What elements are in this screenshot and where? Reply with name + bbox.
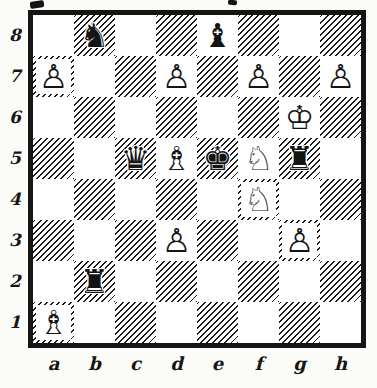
piece-white-knight[interactable]: ♘	[241, 182, 276, 217]
piece-black-rook[interactable]: ♜	[74, 261, 115, 302]
piece-white-pawn[interactable]: ♙	[156, 220, 197, 261]
square-f6[interactable]	[238, 97, 279, 138]
piece-white-pawn[interactable]: ♙	[36, 59, 71, 94]
square-c6[interactable]	[115, 97, 156, 138]
file-labels: abcdefgh	[33, 353, 361, 374]
board-area: 87654321 ♞♝♙♙♙♙♔♛♗♚♘♜♘♙♙♜♗	[2, 10, 366, 348]
square-f1[interactable]	[238, 302, 279, 343]
square-f7[interactable]: ♙	[238, 56, 279, 97]
square-d6[interactable]	[156, 97, 197, 138]
square-e1[interactable]	[197, 302, 238, 343]
piece-white-bishop[interactable]: ♗	[36, 305, 71, 340]
square-h2[interactable]	[320, 261, 361, 302]
square-b6[interactable]	[74, 97, 115, 138]
rank-label-6: 6	[2, 97, 28, 138]
square-c4[interactable]	[115, 179, 156, 220]
square-g6[interactable]: ♔	[279, 97, 320, 138]
piece-black-rook[interactable]: ♜	[279, 138, 320, 179]
square-c2[interactable]	[115, 261, 156, 302]
piece-white-pawn[interactable]: ♙	[156, 56, 197, 97]
square-b2[interactable]: ♜	[74, 261, 115, 302]
piece-white-pawn[interactable]: ♙	[320, 56, 361, 97]
file-label-f: f	[238, 353, 279, 374]
file-label-c: c	[115, 353, 156, 374]
piece-black-knight[interactable]: ♞	[74, 15, 115, 56]
chess-board: ♞♝♙♙♙♙♔♛♗♚♘♜♘♙♙♜♗	[33, 15, 361, 343]
board-frame: ♞♝♙♙♙♙♔♛♗♚♘♜♘♙♙♜♗	[28, 10, 366, 348]
square-b8[interactable]: ♞	[74, 15, 115, 56]
square-h3[interactable]	[320, 220, 361, 261]
piece-black-queen[interactable]: ♛	[115, 138, 156, 179]
square-g8[interactable]	[279, 15, 320, 56]
square-g5[interactable]: ♜	[279, 138, 320, 179]
rank-label-1: 1	[2, 302, 28, 343]
square-c3[interactable]	[115, 220, 156, 261]
piece-black-king[interactable]: ♚	[197, 138, 238, 179]
square-a8[interactable]	[33, 15, 74, 56]
chess-diagram-page: 87654321 ♞♝♙♙♙♙♔♛♗♚♘♜♘♙♙♜♗ abcdefgh	[0, 0, 377, 388]
square-b3[interactable]	[74, 220, 115, 261]
square-h1[interactable]	[320, 302, 361, 343]
piece-white-pawn[interactable]: ♙	[238, 56, 279, 97]
square-c7[interactable]	[115, 56, 156, 97]
square-d8[interactable]	[156, 15, 197, 56]
square-e8[interactable]: ♝	[197, 15, 238, 56]
square-f3[interactable]	[238, 220, 279, 261]
square-a3[interactable]	[33, 220, 74, 261]
square-g4[interactable]	[279, 179, 320, 220]
square-f8[interactable]	[238, 15, 279, 56]
square-d7[interactable]: ♙	[156, 56, 197, 97]
square-f2[interactable]	[238, 261, 279, 302]
square-d5[interactable]: ♗	[156, 138, 197, 179]
rank-label-4: 4	[2, 179, 28, 220]
file-label-d: d	[156, 353, 197, 374]
square-d2[interactable]	[156, 261, 197, 302]
rank-label-2: 2	[2, 261, 28, 302]
file-label-e: e	[197, 353, 238, 374]
square-g3[interactable]: ♙	[279, 220, 320, 261]
square-b1[interactable]	[74, 302, 115, 343]
square-f5[interactable]: ♘	[238, 138, 279, 179]
rank-label-5: 5	[2, 138, 28, 179]
square-g1[interactable]	[279, 302, 320, 343]
square-b7[interactable]	[74, 56, 115, 97]
square-d4[interactable]	[156, 179, 197, 220]
piece-white-knight[interactable]: ♘	[238, 138, 279, 179]
rank-label-7: 7	[2, 56, 28, 97]
file-label-g: g	[279, 353, 320, 374]
square-d3[interactable]: ♙	[156, 220, 197, 261]
square-e3[interactable]	[197, 220, 238, 261]
square-a4[interactable]	[33, 179, 74, 220]
square-h7[interactable]: ♙	[320, 56, 361, 97]
square-e5[interactable]: ♚	[197, 138, 238, 179]
square-h8[interactable]	[320, 15, 361, 56]
piece-black-bishop[interactable]: ♝	[197, 15, 238, 56]
square-d1[interactable]	[156, 302, 197, 343]
square-a1[interactable]: ♗	[33, 302, 74, 343]
piece-white-bishop[interactable]: ♗	[156, 138, 197, 179]
piece-white-pawn[interactable]: ♙	[282, 223, 317, 258]
square-g2[interactable]	[279, 261, 320, 302]
ink-speck	[228, 0, 237, 5]
piece-white-king[interactable]: ♔	[279, 97, 320, 138]
square-h6[interactable]	[320, 97, 361, 138]
file-label-b: b	[74, 353, 115, 374]
rank-label-8: 8	[2, 15, 28, 56]
square-c5[interactable]: ♛	[115, 138, 156, 179]
square-h5[interactable]	[320, 138, 361, 179]
rank-label-3: 3	[2, 220, 28, 261]
square-h4[interactable]	[320, 179, 361, 220]
square-a5[interactable]	[33, 138, 74, 179]
square-g7[interactable]	[279, 56, 320, 97]
rank-labels: 87654321	[2, 10, 28, 343]
square-a7[interactable]: ♙	[33, 56, 74, 97]
square-b4[interactable]	[74, 179, 115, 220]
square-e2[interactable]	[197, 261, 238, 302]
ink-speck	[30, 0, 45, 9]
square-c1[interactable]	[115, 302, 156, 343]
file-label-h: h	[320, 353, 361, 374]
square-e4[interactable]	[197, 179, 238, 220]
square-a6[interactable]	[33, 97, 74, 138]
square-c8[interactable]	[115, 15, 156, 56]
square-b5[interactable]	[74, 138, 115, 179]
square-e6[interactable]	[197, 97, 238, 138]
square-e7[interactable]	[197, 56, 238, 97]
square-f4[interactable]: ♘	[238, 179, 279, 220]
square-a2[interactable]	[33, 261, 74, 302]
file-label-a: a	[33, 353, 74, 374]
